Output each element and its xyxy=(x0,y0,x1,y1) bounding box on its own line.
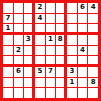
sudoku-cell-r5c8[interactable]: 4 xyxy=(78,46,88,56)
sudoku-cell-r8c2[interactable] xyxy=(14,78,24,88)
sudoku-cell-r9c3[interactable] xyxy=(24,88,34,98)
sudoku-cell-r9c4[interactable] xyxy=(35,88,45,98)
sudoku-cell-r1c8[interactable]: 6 xyxy=(78,3,88,13)
sudoku-cell-r2c5[interactable] xyxy=(46,14,56,24)
sudoku-cell-r7c3[interactable] xyxy=(24,67,34,77)
sudoku-cell-r7c7[interactable]: 3 xyxy=(67,67,77,77)
sudoku-cell-r4c2[interactable] xyxy=(14,35,24,45)
sudoku-cell-r5c4[interactable] xyxy=(35,46,45,56)
sudoku-cell-r8c5[interactable] xyxy=(46,78,56,88)
sudoku-cell-r5c7[interactable] xyxy=(67,46,77,56)
sudoku-cell-r8c9[interactable]: 8 xyxy=(88,78,98,88)
sudoku-cell-r6c5[interactable] xyxy=(46,56,56,66)
sudoku-cell-r9c1[interactable] xyxy=(3,88,13,98)
sudoku-cell-r3c5[interactable] xyxy=(46,24,56,34)
sudoku-cell-r9c2[interactable] xyxy=(14,88,24,98)
sudoku-cell-r3c3[interactable] xyxy=(24,24,34,34)
sudoku-cell-r8c4[interactable] xyxy=(35,78,45,88)
sudoku-cell-r5c3[interactable] xyxy=(24,46,34,56)
sudoku-cell-r1c6[interactable] xyxy=(56,3,66,13)
sudoku-cell-r3c2[interactable] xyxy=(14,24,24,34)
sudoku-cell-r4c9[interactable] xyxy=(88,35,98,45)
sudoku-cell-r2c1[interactable]: 7 xyxy=(3,14,13,24)
sudoku-cell-r9c5[interactable] xyxy=(46,88,56,98)
sudoku-cell-r1c9[interactable]: 4 xyxy=(88,3,98,13)
sudoku-cell-r1c7[interactable] xyxy=(67,3,77,13)
sudoku-cell-r3c6[interactable] xyxy=(56,24,66,34)
sudoku-cell-r6c9[interactable] xyxy=(88,56,98,66)
sudoku-cell-r6c6[interactable] xyxy=(56,56,66,66)
sudoku-cell-r2c8[interactable] xyxy=(78,14,88,24)
sudoku-cell-r8c6[interactable] xyxy=(56,78,66,88)
sudoku-cell-r7c1[interactable] xyxy=(3,67,13,77)
sudoku-cell-r6c3[interactable] xyxy=(24,56,34,66)
sudoku-cell-r8c1[interactable] xyxy=(3,78,13,88)
sudoku-cell-r6c4[interactable] xyxy=(35,56,45,66)
sudoku-cell-r9c7[interactable] xyxy=(67,88,77,98)
sudoku-cell-r7c9[interactable] xyxy=(88,67,98,77)
sudoku-cell-r4c7[interactable] xyxy=(67,35,77,45)
sudoku-cell-r9c8[interactable] xyxy=(78,88,88,98)
sudoku-cell-r4c3[interactable]: 3 xyxy=(24,35,34,45)
sudoku-cell-r7c6[interactable] xyxy=(56,67,66,77)
sudoku-cell-r1c5[interactable] xyxy=(46,3,56,13)
sudoku-cell-r6c2[interactable] xyxy=(14,56,24,66)
sudoku-cell-r7c8[interactable] xyxy=(78,67,88,77)
sudoku-cell-r3c7[interactable] xyxy=(67,24,77,34)
sudoku-cell-r4c5[interactable]: 1 xyxy=(46,35,56,45)
sudoku-cell-r3c1[interactable]: 1 xyxy=(3,24,13,34)
sudoku-cell-r4c6[interactable]: 8 xyxy=(56,35,66,45)
sudoku-cell-r6c7[interactable] xyxy=(67,56,77,66)
sudoku-cell-r4c1[interactable] xyxy=(3,35,13,45)
sudoku-cell-r1c4[interactable]: 2 xyxy=(35,3,45,13)
sudoku-board: 26474131824657318 xyxy=(0,0,101,101)
sudoku-cell-r5c9[interactable] xyxy=(88,46,98,56)
sudoku-cell-r9c9[interactable] xyxy=(88,88,98,98)
sudoku-cell-r5c6[interactable] xyxy=(56,46,66,56)
sudoku-cell-r7c5[interactable]: 7 xyxy=(46,67,56,77)
sudoku-cell-r6c8[interactable] xyxy=(78,56,88,66)
sudoku-cell-r9c6[interactable] xyxy=(56,88,66,98)
sudoku-cell-r7c2[interactable]: 6 xyxy=(14,67,24,77)
sudoku-cell-r5c1[interactable] xyxy=(3,46,13,56)
sudoku-cell-r6c1[interactable] xyxy=(3,56,13,66)
sudoku-cell-r2c9[interactable] xyxy=(88,14,98,24)
sudoku-cell-r2c6[interactable] xyxy=(56,14,66,24)
sudoku-cell-r4c4[interactable] xyxy=(35,35,45,45)
sudoku-cell-r5c2[interactable]: 2 xyxy=(14,46,24,56)
sudoku-cell-r3c9[interactable] xyxy=(88,24,98,34)
sudoku-cell-r8c8[interactable] xyxy=(78,78,88,88)
sudoku-cell-r7c4[interactable]: 5 xyxy=(35,67,45,77)
sudoku-cell-r2c4[interactable]: 4 xyxy=(35,14,45,24)
sudoku-cell-r3c8[interactable] xyxy=(78,24,88,34)
sudoku-cell-r1c3[interactable] xyxy=(24,3,34,13)
sudoku-cell-r5c5[interactable] xyxy=(46,46,56,56)
sudoku-cell-r2c3[interactable] xyxy=(24,14,34,24)
sudoku-cell-r2c2[interactable] xyxy=(14,14,24,24)
sudoku-cell-r3c4[interactable] xyxy=(35,24,45,34)
sudoku-cell-r1c1[interactable] xyxy=(3,3,13,13)
sudoku-cell-r4c8[interactable] xyxy=(78,35,88,45)
sudoku-cell-r8c3[interactable] xyxy=(24,78,34,88)
sudoku-cell-r1c2[interactable] xyxy=(14,3,24,13)
sudoku-cell-r8c7[interactable]: 1 xyxy=(67,78,77,88)
sudoku-cell-r2c7[interactable] xyxy=(67,14,77,24)
